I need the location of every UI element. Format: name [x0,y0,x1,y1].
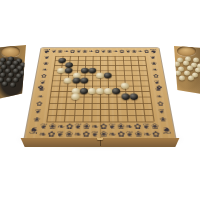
decorative-border-top: ❦❀❧✿❦❀❧✿❦❀❧✿❦❀❧✿❦❀❧✿ [51,48,149,55]
stone-black[interactable] [65,67,73,73]
stone-black[interactable] [104,72,112,78]
stone-white[interactable] [104,88,112,94]
corner-ornament-icon: ❦ [160,125,171,136]
photo-scene: ❦❀❧✿❦❀❧✿❦❀❧✿❦❀❧✿❦❀❧✿ ❦❀❧✿❦❀❧✿❦❀❧✿❦❀❧✿❦❀❧… [0,0,200,200]
stone-black[interactable] [58,58,66,63]
fold-seam [100,97,101,139]
left-stone-tray [0,44,26,99]
stone-black[interactable] [72,77,80,83]
right-stone-dish[interactable] [177,46,196,56]
stone-white[interactable] [96,72,104,78]
go-board: ❦❀❧✿❦❀❧✿❦❀❧✿❦❀❧✿❦❀❧✿ ❦❀❧✿❦❀❧✿❦❀❧✿❦❀❧✿❦❀❧… [24,48,175,140]
stone-white[interactable] [96,88,104,94]
corner-ornament-icon: ❦ [29,125,40,136]
corner-ornament-icon: ❦ [148,48,157,55]
stone-white[interactable] [57,67,65,73]
stone-black[interactable] [112,88,120,94]
right-white-stone-pile[interactable] [174,56,200,93]
stone-white[interactable] [120,83,128,89]
board-perspective-wrap: ❦❀❧✿❦❀❧✿❦❀❧✿❦❀❧✿❦❀❧✿ ❦❀❧✿❦❀❧✿❦❀❧✿❦❀❧✿❦❀❧… [34,29,166,147]
stone-black[interactable] [81,67,89,73]
corner-ornament-icon: ❦ [43,48,52,55]
board-front-edge [19,138,181,147]
stone-black[interactable] [121,94,130,100]
stone-white[interactable] [88,88,96,94]
side-medallion-icon: ❖ [155,84,163,91]
stone-black[interactable] [79,88,87,94]
tray-stone-white[interactable] [175,71,181,76]
right-stone-tray [174,44,200,94]
tray-stone-black[interactable] [2,82,8,87]
left-black-stone-pile[interactable] [0,57,26,98]
stone-black[interactable] [129,94,138,100]
grid-line-horizontal [51,86,149,87]
tray-stone-white[interactable] [188,76,194,81]
stone-white[interactable] [71,94,80,100]
stone-white[interactable] [64,77,72,83]
side-medallion-icon: ❖ [36,84,44,91]
tray-stone-black[interactable] [10,82,16,87]
stone-black[interactable] [80,77,88,83]
tray-stone-white[interactable] [179,76,185,81]
stone-black[interactable] [88,67,96,73]
